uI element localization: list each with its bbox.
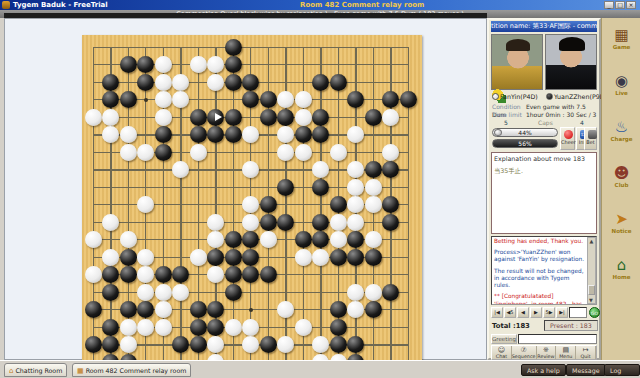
bet-camera-icon [588,130,597,139]
stone-white [172,91,189,108]
stone-white [172,74,189,91]
quit-button[interactable]: ↦Quit [576,346,596,359]
scroll-up-icon[interactable]: ▲ [590,238,594,244]
move-number-input[interactable] [569,307,587,318]
caps-white: 5 [504,119,508,127]
stone-white [295,144,312,161]
explanation-box: Explanation about move 183 当35手止. [491,152,597,234]
stone-black [330,336,347,353]
stone-black [365,109,382,126]
stone-white [155,319,172,336]
nav-back-button[interactable]: ◀ [517,307,529,318]
player-photo-white [491,34,543,90]
stone-white [382,144,399,161]
stone-black [155,144,172,161]
stone-white [365,231,382,248]
chat-message: Process>'YuanZZhen' won against 'FanYin'… [494,249,586,263]
greeting-button[interactable]: Greeting [491,334,517,344]
home-icon: ⌂ [606,256,637,274]
stone-white [137,249,154,266]
explanation-body: 当35手止. [494,167,594,176]
game-info-panel: tition name: 第33·AF国际 - common FanYin(P4… [487,18,601,360]
ask-help-button[interactable]: Ask a help [521,364,566,376]
stone-white [277,336,294,353]
stone-black [120,266,137,283]
explanation-title: Explanation about move 183 [494,155,594,162]
stone-black [347,336,364,353]
stone-white [120,231,137,248]
stone-black [225,284,242,301]
stone-black [330,74,347,91]
review-button[interactable]: ※Review [537,346,557,359]
stone-black [207,109,224,126]
toolbar-live-button[interactable]: ◉Live [606,72,637,112]
stone-black [225,126,242,143]
stone-black [260,266,277,283]
stone-white [330,231,347,248]
chat-icon: ☺ [492,347,511,354]
app-icon [2,1,10,9]
stone-white [347,196,364,213]
stone-white [295,249,312,266]
stone-white [365,179,382,196]
time-limit-value: 1hour 0min : 30 Sec / 3 [526,111,596,118]
stone-white [155,109,172,126]
sequence-icon: ⑦ [512,347,536,354]
stone-black [120,56,137,73]
stone-white [85,109,102,126]
live-icon: ◉ [606,72,637,90]
stone-white [295,91,312,108]
stone-white [382,109,399,126]
stone-white [137,319,154,336]
stone-white [155,301,172,318]
goban-icon: ▦ [77,367,84,375]
betting-bars: 44% 56% [492,128,558,150]
side-toolbar: ▦Game◉Live♨Charge☻Club➤Notice⌂Home [601,18,640,360]
stone-white [85,231,102,248]
stone-white [277,144,294,161]
stone-white [295,319,312,336]
stone-black [347,91,364,108]
stone-white [172,161,189,178]
go-button[interactable]: GO [589,307,600,318]
stone-white [155,56,172,73]
minimize-button[interactable]: _ [604,1,614,9]
stone-black [312,126,329,143]
stone-black [242,74,259,91]
stone-black [190,301,207,318]
stone-black [260,196,277,213]
nav-forward5-button[interactable]: 5▶ [543,307,555,318]
nav-forward-button[interactable]: ▶ [530,307,542,318]
stone-white [190,249,207,266]
stone-white [365,196,382,213]
stone-black [137,301,154,318]
notice-icon: ➤ [606,210,637,228]
stone-black [365,301,382,318]
stone-black [207,126,224,143]
caps-label: Caps [538,119,553,127]
stone-white [312,336,329,353]
greeting-input[interactable] [518,334,597,344]
menu-icon: ▤ [556,347,575,354]
stone-white [155,74,172,91]
stone-black [102,336,119,353]
window-title: Tygem Baduk - FreeTrial [13,0,108,10]
total-moves-label: Total :183 [492,322,530,330]
stone-black [225,39,242,56]
slider-knob-icon[interactable] [494,129,502,136]
stone-white [330,214,347,231]
stone-black [365,161,382,178]
stone-black [277,109,294,126]
stone-white [242,214,259,231]
star-point [144,98,148,102]
stone-white [365,284,382,301]
chat-message: Betting has ended, Thank you. [494,238,586,245]
stone-black [260,214,277,231]
stone-white [207,214,224,231]
game-icon: ▦ [606,26,637,44]
stone-white [277,126,294,143]
stone-white [137,196,154,213]
stone-white [347,301,364,318]
stone-white [347,161,364,178]
review-icon: ※ [537,347,556,354]
board-grid [93,47,409,363]
charge-icon: ♨ [606,118,637,136]
tab-room-482[interactable]: ▦Room 482 Comment relay room [72,363,191,377]
stone-white [312,249,329,266]
stone-black [190,109,207,126]
stone-black [260,336,277,353]
nav-back5-button[interactable]: ◀5 [504,307,516,318]
stone-black [225,231,242,248]
stone-white [120,319,137,336]
stone-black [330,319,347,336]
stone-white [277,91,294,108]
menu-button[interactable]: ▤Menu [556,346,576,359]
chat-button[interactable]: ☺Chat [492,346,512,359]
stone-white [330,144,347,161]
scroll-down-icon[interactable]: ▼ [589,297,593,303]
stone-white [225,319,242,336]
stone-white [260,231,277,248]
last-move-marker [215,113,222,121]
logout-button[interactable]: Log Out [604,364,640,376]
stone-black [102,284,119,301]
stone-black [85,301,102,318]
stone-white [120,144,137,161]
stone-black [382,161,399,178]
chat-message: ** [Congratulatated] 'linqinheng', in ro… [494,293,586,305]
white-stone-icon [492,93,499,100]
stone-black [312,74,329,91]
stone-black [260,91,277,108]
stone-white [172,284,189,301]
stone-black [102,91,119,108]
stone-black [225,109,242,126]
toolbar-club-button[interactable]: ☻Club [606,164,637,204]
stone-black [242,91,259,108]
stone-black [207,249,224,266]
present-move-box: Present : 183 [544,320,598,331]
toolbar-game-button[interactable]: ▦Game [606,26,637,66]
taskbar: ⌂Chatting Room ▦Room 482 Comment relay r… [0,360,640,378]
room-title: Room 482 Comment relay room [300,0,424,10]
stone-black [277,214,294,231]
stone-white [347,214,364,231]
stone-black [312,231,329,248]
stone-white [207,231,224,248]
toolbar-notice-button[interactable]: ➤Notice [606,210,637,250]
stone-black [155,126,172,143]
time-limit-row: Time limit1hour 0min : 30 Sec / 3 [492,111,600,119]
stone-white [242,126,259,143]
stone-black [207,301,224,318]
stone-black [347,249,364,266]
chat-scrollbar[interactable]: ▲ ▼ [587,237,596,304]
tab-chatting-room[interactable]: ⌂Chatting Room [4,363,67,377]
stone-black [207,319,224,336]
stone-black [347,231,364,248]
stone-black [102,319,119,336]
stone-black [295,126,312,143]
player-name-white: FanYin(P4D) [492,92,538,101]
stone-black [120,91,137,108]
stone-white [295,109,312,126]
move-count-row: Total :183 Present : 183 [492,320,598,332]
stone-white [242,196,259,213]
club-icon: ☻ [606,164,637,182]
stone-white [190,144,207,161]
goban[interactable] [82,35,422,378]
condition-row: ConditionEven game with 7.5 Dum [492,103,600,111]
stone-white [277,301,294,318]
stone-white [242,161,259,178]
stone-black [242,266,259,283]
stone-black [120,249,137,266]
vote-bar-black[interactable]: 56% [492,139,558,148]
message-button[interactable]: Message [566,364,606,376]
greeting-row: Greeting [491,334,597,344]
stone-black [190,336,207,353]
stone-white [207,336,224,353]
stone-white [120,126,137,143]
stone-black [190,126,207,143]
stone-black [102,266,119,283]
stone-white [347,284,364,301]
stone-white [347,179,364,196]
stone-white [102,126,119,143]
vote-bar-white[interactable]: 44% [492,128,558,137]
stone-black [225,266,242,283]
star-point [249,308,253,312]
stone-black [330,249,347,266]
scroll-thumb[interactable] [588,285,595,295]
quit-icon: ↦ [576,347,595,354]
stone-black [382,284,399,301]
stone-black [190,319,207,336]
stone-black [312,109,329,126]
stone-black [137,56,154,73]
stone-black [330,196,347,213]
stone-white [207,74,224,91]
close-button[interactable]: × [626,1,636,9]
stone-black [295,231,312,248]
stone-black [260,109,277,126]
toolbar-charge-button[interactable]: ♨Charge [606,118,637,158]
stone-black [312,214,329,231]
stone-black [382,214,399,231]
stone-black [137,74,154,91]
stone-white [137,144,154,161]
stone-black [400,91,417,108]
stone-white [207,266,224,283]
stone-white [242,319,259,336]
stone-white [120,336,137,353]
red-ball-icon [564,130,573,139]
stone-black [312,179,329,196]
move-navigation: GO |◀◀5◀▶5▶▶| [491,307,599,319]
stone-black [172,266,189,283]
stone-white [102,249,119,266]
bet-button[interactable]: Bet [584,127,597,150]
stone-black [330,301,347,318]
chat-log[interactable]: Betting has ended, Thank you.Process>'Yu… [491,236,597,305]
stone-black [242,249,259,266]
sequence-button[interactable]: ⑦Sequence [512,346,537,359]
stone-white [137,284,154,301]
stone-white [155,91,172,108]
stone-black [382,91,399,108]
stone-black [155,266,172,283]
competition-header: tition name: 第33·AF国际 - common [491,21,597,32]
stone-black [225,249,242,266]
maximize-button[interactable]: □ [615,1,625,9]
stone-white [190,56,207,73]
black-stone-icon [546,93,553,100]
stone-black [225,56,242,73]
stone-white [85,266,102,283]
titlebar: Tygem Baduk - FreeTrial Room 482 Comment… [0,0,640,10]
caps-row: 5 Caps 4 [492,119,600,127]
stone-white [347,126,364,143]
stone-white [102,109,119,126]
stone-white [207,56,224,73]
stone-white [312,161,329,178]
stone-black [382,196,399,213]
stone-black [85,336,102,353]
panel-toolbar: ☺Chat⑦Sequence※Review▤Menu↦Quit [491,345,597,360]
nav-first-button[interactable]: |◀ [491,307,503,318]
player-photo-black [545,34,597,90]
player-name-black: YuanZZhen(P9D) [546,92,607,101]
stone-black [102,74,119,91]
condition-label: Condition [492,103,526,111]
chat-message: The result will not be changed, in accor… [494,268,586,290]
stone-black [365,249,382,266]
stone-white [102,214,119,231]
stone-white [155,284,172,301]
board-panel [4,18,487,360]
stone-white [137,266,154,283]
time-limit-label: Time limit [492,111,526,119]
caps-black: 4 [580,119,584,127]
cheer-button[interactable]: Cheer! [560,127,575,150]
stone-black [120,301,137,318]
stone-black [277,179,294,196]
stone-white [242,336,259,353]
nav-last-button[interactable]: ▶| [556,307,568,318]
stone-black [225,74,242,91]
home-icon: ⌂ [9,367,13,375]
toolbar-home-button[interactable]: ⌂Home [606,256,637,296]
stone-black [242,231,259,248]
stone-black [172,336,189,353]
